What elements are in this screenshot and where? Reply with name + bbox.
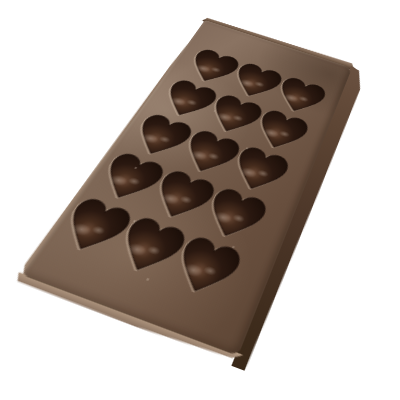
product-photo-stage [0,0,400,400]
chocolate-mold-tray [22,20,352,356]
tray-top-surface [22,20,352,356]
